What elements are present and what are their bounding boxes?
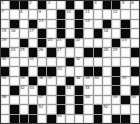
white-cell-r6c13[interactable]: 29 [112, 48, 120, 56]
white-cell-r13c1[interactable] [1, 115, 9, 123]
black-cell-r12c4 [29, 105, 37, 113]
white-cell-r9c2[interactable] [10, 77, 18, 85]
clue-number: 28 [103, 48, 108, 52]
black-cell-r12c9 [75, 105, 83, 113]
white-cell-r10c4[interactable]: 43 [29, 86, 37, 94]
black-cell-r3c14 [121, 20, 129, 28]
white-cell-r1c11[interactable]: 4 [94, 1, 102, 9]
white-cell-r3c8[interactable] [66, 20, 74, 28]
white-cell-r6c5[interactable]: 26 [38, 48, 46, 56]
white-cell-r5c15[interactable] [131, 39, 139, 47]
white-cell-r2c11[interactable] [94, 10, 102, 18]
white-cell-r7c4[interactable]: 31 [29, 58, 37, 66]
white-cell-r8c8[interactable] [66, 67, 74, 75]
clue-number: 29 [113, 48, 118, 52]
black-cell-r3c7 [57, 20, 65, 28]
white-cell-r2c3[interactable]: 8 [20, 10, 28, 18]
white-cell-r13c5[interactable] [38, 115, 46, 123]
white-cell-r2c12[interactable] [103, 10, 111, 18]
white-cell-r4c10[interactable] [84, 29, 92, 37]
clue-number: 53 [57, 114, 62, 118]
crossword-grid: 1234567891011121314151617181920212223242… [0, 0, 140, 124]
white-cell-r10c11[interactable] [94, 86, 102, 94]
white-cell-r4c12[interactable]: 18 [103, 29, 111, 37]
clue-number: 23 [122, 38, 127, 42]
white-cell-r8c4[interactable] [29, 67, 37, 75]
white-cell-r10c3[interactable]: 42 [20, 86, 28, 94]
clue-number: 1 [2, 1, 4, 5]
white-cell-r7c7[interactable] [57, 58, 65, 66]
white-cell-r6c8[interactable] [66, 48, 74, 56]
black-cell-r6c10 [84, 48, 92, 56]
clue-number: 16 [11, 29, 16, 33]
white-cell-r6c12[interactable]: 28 [103, 48, 111, 56]
white-cell-r11c3[interactable] [20, 96, 28, 104]
white-cell-r12c15[interactable] [131, 105, 139, 113]
white-cell-r5c1[interactable]: 19 [1, 39, 9, 47]
white-cell-r11c11[interactable] [94, 96, 102, 104]
white-cell-r13c15[interactable] [131, 115, 139, 123]
black-cell-r6c11 [94, 48, 102, 56]
clue-number: 31 [29, 57, 34, 61]
clue-number: 20 [48, 38, 53, 42]
black-cell-r11c7 [57, 96, 65, 104]
black-cell-r1c12 [103, 1, 111, 9]
white-cell-r8c7[interactable]: 33 [57, 67, 65, 75]
clue-number: 3 [48, 1, 50, 5]
white-cell-r1c7[interactable] [57, 1, 65, 9]
white-cell-r13c7[interactable]: 53 [57, 115, 65, 123]
black-cell-r10c2 [10, 86, 18, 94]
clue-number: 33 [57, 67, 62, 71]
white-cell-r11c13[interactable]: 49 [112, 96, 120, 104]
white-cell-r10c6[interactable] [47, 86, 55, 94]
white-cell-r13c8[interactable] [66, 115, 74, 123]
clue-number: 14 [85, 19, 90, 23]
white-cell-r9c3[interactable]: 35 [20, 77, 28, 85]
white-cell-r7c12[interactable] [103, 58, 111, 66]
white-cell-r3c13[interactable] [112, 20, 120, 28]
black-cell-r3c9 [75, 20, 83, 28]
clue-number: 25 [20, 48, 25, 52]
white-cell-r7c2[interactable] [10, 58, 18, 66]
black-cell-r9c8 [66, 77, 74, 85]
black-cell-r12c2 [10, 105, 18, 113]
white-cell-r9c12[interactable] [103, 77, 111, 85]
black-cell-r8c13 [112, 67, 120, 75]
white-cell-r11c2[interactable] [10, 96, 18, 104]
white-cell-r10c14[interactable] [121, 86, 129, 94]
clue-number: 6 [131, 1, 133, 5]
white-cell-r11c5[interactable]: 47 [38, 96, 46, 104]
white-cell-r12c5[interactable]: 51 [38, 105, 46, 113]
white-cell-r1c4[interactable]: 2 [29, 1, 37, 9]
clue-number: 46 [2, 95, 7, 99]
white-cell-r7c15[interactable] [131, 58, 139, 66]
white-cell-r7c14[interactable] [121, 58, 129, 66]
clue-number: 2 [29, 1, 31, 5]
black-cell-r10c9 [75, 86, 83, 94]
white-cell-r9c15[interactable] [131, 77, 139, 85]
white-cell-r9c6[interactable]: 37 [47, 77, 55, 85]
black-cell-r13c6 [47, 115, 55, 123]
clue-number: 4 [94, 1, 96, 5]
black-cell-r9c4 [29, 77, 37, 85]
white-cell-r3c3[interactable] [20, 20, 28, 28]
white-cell-r11c10[interactable]: 48 [84, 96, 92, 104]
white-cell-r10c12[interactable] [103, 86, 111, 94]
white-cell-r9c9[interactable]: 38 [75, 77, 83, 85]
clue-number: 32 [76, 57, 81, 61]
white-cell-r11c4[interactable] [29, 96, 37, 104]
black-cell-r13c13 [112, 115, 120, 123]
white-cell-r6c2[interactable]: 24 [10, 48, 18, 56]
clue-number: 18 [103, 29, 108, 33]
white-cell-r7c10[interactable] [84, 58, 92, 66]
white-cell-r12c14[interactable] [121, 105, 129, 113]
white-cell-r4c3[interactable] [20, 29, 28, 37]
white-cell-r11c12[interactable] [103, 96, 111, 104]
clue-number: 34 [2, 76, 7, 80]
white-cell-r7c1[interactable]: 30 [1, 58, 9, 66]
white-cell-r7c13[interactable] [112, 58, 120, 66]
white-cell-r5c9[interactable]: 22 [75, 39, 83, 47]
white-cell-r12c12[interactable]: 52 [103, 105, 111, 113]
white-cell-r7c11[interactable] [94, 58, 102, 66]
black-cell-r4c11 [94, 29, 102, 37]
clue-number: 39 [85, 76, 90, 80]
white-cell-r11c15[interactable]: 50 [131, 96, 139, 104]
clue-number: 42 [20, 86, 25, 90]
white-cell-r13c10[interactable] [84, 115, 92, 123]
white-cell-r12c8[interactable] [66, 105, 74, 113]
black-cell-r1c2 [10, 1, 18, 9]
clue-number: 19 [2, 38, 7, 42]
black-cell-r13c14 [121, 115, 129, 123]
clue-number: 13 [39, 19, 44, 23]
white-cell-r3c10[interactable]: 14 [84, 20, 92, 28]
white-cell-r9c11[interactable]: 40 [94, 77, 102, 85]
white-cell-r7c5[interactable] [38, 58, 46, 66]
clue-number: 15 [2, 29, 7, 33]
clue-number: 40 [94, 76, 99, 80]
clue-number: 8 [20, 10, 22, 14]
clue-number: 47 [39, 95, 44, 99]
clue-number: 49 [113, 95, 118, 99]
clue-number: 22 [76, 38, 81, 42]
clue-number: 41 [122, 76, 127, 80]
white-cell-r10c8[interactable]: 44 [66, 86, 74, 94]
white-cell-r2c13[interactable]: 12 [112, 10, 120, 18]
white-cell-r2c6[interactable] [47, 10, 55, 18]
white-cell-r2c1[interactable]: 7 [1, 10, 9, 18]
clue-number: 52 [103, 105, 108, 109]
white-cell-r13c9[interactable] [75, 115, 83, 123]
white-cell-r8c12[interactable] [103, 67, 111, 75]
white-cell-r2c8[interactable]: 10 [66, 10, 74, 18]
white-cell-r3c5[interactable]: 13 [38, 20, 46, 28]
white-cell-r6c3[interactable]: 25 [20, 48, 28, 56]
white-cell-r1c9[interactable] [75, 1, 83, 9]
white-cell-r9c5[interactable]: 36 [38, 77, 46, 85]
white-cell-r12c3[interactable] [20, 105, 28, 113]
black-cell-r13c2 [10, 115, 18, 123]
white-cell-r3c6[interactable] [47, 20, 55, 28]
clue-number: 9 [39, 10, 41, 14]
clue-number: 51 [39, 105, 44, 109]
black-cell-r11c14 [121, 96, 129, 104]
black-cell-r13c11 [94, 115, 102, 123]
clue-number: 21 [57, 38, 62, 42]
clue-number: 27 [57, 48, 62, 52]
white-cell-r7c3[interactable] [20, 58, 28, 66]
white-cell-r6c14[interactable] [121, 48, 129, 56]
white-cell-r2c15[interactable] [131, 10, 139, 18]
white-cell-r11c1[interactable]: 46 [1, 96, 9, 104]
black-cell-r13c3 [20, 115, 28, 123]
white-cell-r7c9[interactable]: 32 [75, 58, 83, 66]
clue-number: 24 [11, 48, 16, 52]
white-cell-r4c4[interactable]: 17 [29, 29, 37, 37]
white-cell-r12c1[interactable] [1, 105, 9, 113]
clue-number: 35 [20, 76, 25, 80]
white-cell-r11c6[interactable] [47, 96, 55, 104]
black-cell-r6c15 [131, 48, 139, 56]
white-cell-r2c14[interactable] [121, 10, 129, 18]
white-cell-r11c8[interactable] [66, 96, 74, 104]
clue-number: 10 [66, 10, 71, 14]
white-cell-r9c10[interactable]: 39 [84, 77, 92, 85]
clue-number: 44 [66, 86, 71, 90]
clue-number: 38 [76, 76, 81, 80]
white-cell-r2c4[interactable] [29, 10, 37, 18]
clue-number: 37 [48, 76, 53, 80]
white-cell-r9c7[interactable] [57, 77, 65, 85]
black-cell-r13c4 [29, 115, 37, 123]
clue-number: 36 [39, 76, 44, 80]
white-cell-r12c13[interactable] [112, 105, 120, 113]
white-cell-r3c15[interactable] [131, 20, 139, 28]
clue-number: 45 [85, 86, 90, 90]
black-cell-r5c8 [66, 39, 74, 47]
white-cell-r2c2[interactable] [10, 10, 18, 18]
white-cell-r4c8[interactable] [66, 29, 74, 37]
clue-number: 5 [122, 1, 124, 5]
black-cell-r9c13 [112, 77, 120, 85]
clue-number: 11 [85, 10, 90, 14]
black-cell-r11c9 [75, 96, 83, 104]
white-cell-r9c1[interactable]: 34 [1, 77, 9, 85]
white-cell-r12c6[interactable] [47, 105, 55, 113]
black-cell-r2c7 [57, 10, 65, 18]
white-cell-r1c14[interactable]: 5 [121, 1, 129, 9]
white-cell-r1c6[interactable]: 3 [47, 1, 55, 9]
clue-number: 12 [113, 10, 118, 14]
white-cell-r7c6[interactable] [47, 58, 55, 66]
black-cell-r12c11 [94, 105, 102, 113]
clue-number: 26 [39, 48, 44, 52]
clue-number: 30 [2, 57, 7, 61]
clue-number: 43 [29, 86, 34, 90]
black-cell-r8c15 [131, 67, 139, 75]
white-cell-r6c7[interactable]: 27 [57, 48, 65, 56]
white-cell-r1c15[interactable]: 6 [131, 1, 139, 9]
white-cell-r5c6[interactable]: 20 [47, 39, 55, 47]
white-cell-r9c14[interactable]: 41 [121, 77, 129, 85]
white-cell-r5c14[interactable]: 23 [121, 39, 129, 47]
black-cell-r7c8 [66, 58, 74, 66]
black-cell-r4c5 [38, 29, 46, 37]
clue-number: 7 [2, 10, 4, 14]
white-cell-r8c2[interactable] [10, 67, 18, 75]
black-cell-r10c7 [57, 86, 65, 94]
white-cell-r4c2[interactable]: 16 [10, 29, 18, 37]
clue-number: 17 [29, 29, 34, 33]
clue-number: 50 [131, 95, 136, 99]
white-cell-r5c11[interactable] [94, 39, 102, 47]
white-cell-r13c12[interactable] [103, 115, 111, 123]
white-cell-r4c15[interactable] [131, 29, 139, 37]
black-cell-r6c6 [47, 48, 55, 56]
white-cell-r3c11[interactable] [94, 20, 102, 28]
clue-number: 48 [85, 95, 90, 99]
black-cell-r2c9 [75, 10, 83, 18]
white-cell-r5c10[interactable] [84, 39, 92, 47]
white-cell-r12c10[interactable] [84, 105, 92, 113]
white-cell-r4c13[interactable] [112, 29, 120, 37]
white-cell-r5c4[interactable] [29, 39, 37, 47]
